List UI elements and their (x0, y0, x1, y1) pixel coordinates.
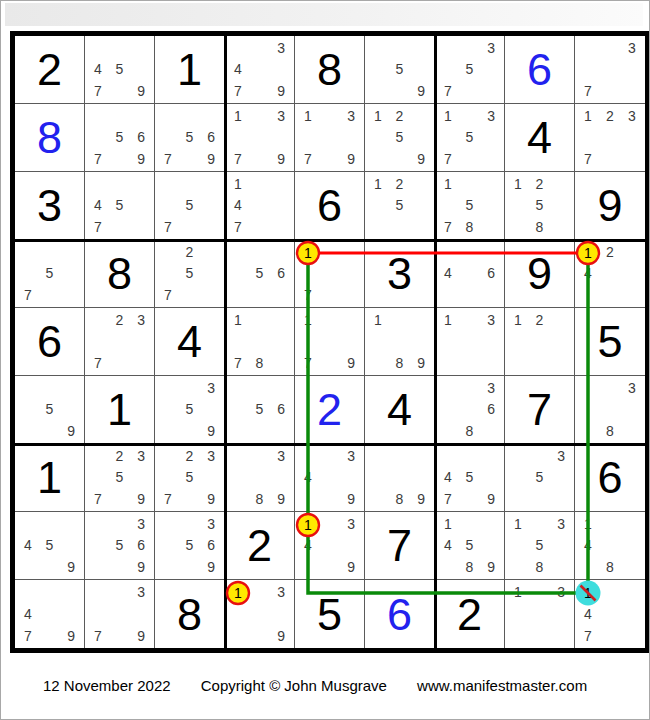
footer-copyright: Copyright © John Musgrave (201, 677, 387, 694)
footer-date: 12 November 2022 (43, 677, 171, 694)
circled-candidate-digit: 1 (304, 245, 312, 261)
footer: 12 November 2022 Copyright © John Musgra… (43, 677, 613, 694)
circled-candidate-digit: 1 (584, 245, 592, 261)
footer-site: www.manifestmaster.com (417, 677, 587, 694)
page: 2457913479859357637856795679137913791259… (0, 0, 650, 720)
top-strip (5, 3, 643, 26)
circled-candidate-digit: 1 (304, 517, 312, 533)
annotation-overlay: 11111 (15, 36, 645, 648)
circled-candidate-digit: 1 (234, 585, 242, 601)
sudoku-board: 2457913479859357637856795679137913791259… (10, 31, 650, 653)
chain-link-green (308, 253, 588, 593)
